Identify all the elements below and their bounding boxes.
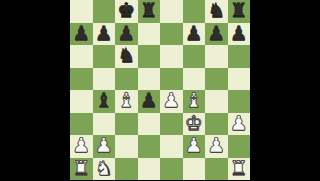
square-e7[interactable] xyxy=(160,23,183,46)
black-king: ♚ xyxy=(117,0,135,21)
left-letterbox-bar xyxy=(0,0,70,180)
black-rook: ♜ xyxy=(230,0,248,21)
square-g4[interactable] xyxy=(205,90,228,113)
white-pawn: ♟ xyxy=(95,135,113,156)
square-c3[interactable] xyxy=(115,113,138,136)
square-b1[interactable]: ♞ xyxy=(93,158,116,181)
white-rook: ♜ xyxy=(72,158,90,179)
square-d1[interactable] xyxy=(138,158,161,181)
white-rook: ♜ xyxy=(230,158,248,179)
square-f6[interactable] xyxy=(183,45,206,68)
white-knight: ♞ xyxy=(95,158,113,179)
square-a3[interactable] xyxy=(70,113,93,136)
square-f1[interactable] xyxy=(183,158,206,181)
square-a8[interactable] xyxy=(70,0,93,23)
white-pawn: ♟ xyxy=(207,135,225,156)
square-a4[interactable] xyxy=(70,90,93,113)
square-h2[interactable] xyxy=(228,135,251,158)
square-e6[interactable] xyxy=(160,45,183,68)
white-bishop: ♝ xyxy=(117,90,135,111)
square-a7[interactable]: ♟ xyxy=(70,23,93,46)
white-bishop: ♝ xyxy=(185,90,203,111)
black-pawn: ♟ xyxy=(117,23,135,44)
square-f2[interactable]: ♟ xyxy=(183,135,206,158)
square-g6[interactable] xyxy=(205,45,228,68)
square-f8[interactable] xyxy=(183,0,206,23)
square-c7[interactable]: ♟ xyxy=(115,23,138,46)
screenshot-stage: ♚♜♞♜♟♟♟♟♟♟♞♝♝♟♟♝♚♟♟♟♟♟♜♞♜ xyxy=(0,0,320,180)
square-d8[interactable]: ♜ xyxy=(138,0,161,23)
square-d7[interactable] xyxy=(138,23,161,46)
square-d4[interactable]: ♟ xyxy=(138,90,161,113)
square-e8[interactable] xyxy=(160,0,183,23)
square-g1[interactable] xyxy=(205,158,228,181)
black-pawn: ♟ xyxy=(185,23,203,44)
black-rook: ♜ xyxy=(140,0,158,21)
black-pawn: ♟ xyxy=(207,23,225,44)
square-d6[interactable] xyxy=(138,45,161,68)
black-pawn: ♟ xyxy=(72,23,90,44)
square-h7[interactable]: ♟ xyxy=(228,23,251,46)
square-b8[interactable] xyxy=(93,0,116,23)
square-h5[interactable] xyxy=(228,68,251,91)
square-e3[interactable] xyxy=(160,113,183,136)
square-b5[interactable] xyxy=(93,68,116,91)
white-pawn: ♟ xyxy=(230,113,248,134)
square-a5[interactable] xyxy=(70,68,93,91)
square-a1[interactable]: ♜ xyxy=(70,158,93,181)
white-king: ♚ xyxy=(185,113,203,134)
white-pawn: ♟ xyxy=(185,135,203,156)
square-g3[interactable] xyxy=(205,113,228,136)
black-knight: ♞ xyxy=(117,45,135,66)
black-pawn: ♟ xyxy=(140,90,158,111)
square-f4[interactable]: ♝ xyxy=(183,90,206,113)
square-b6[interactable] xyxy=(93,45,116,68)
square-b7[interactable]: ♟ xyxy=(93,23,116,46)
square-e5[interactable] xyxy=(160,68,183,91)
square-h8[interactable]: ♜ xyxy=(228,0,251,23)
black-knight: ♞ xyxy=(207,0,225,21)
square-h1[interactable]: ♜ xyxy=(228,158,251,181)
square-b3[interactable] xyxy=(93,113,116,136)
square-e4[interactable]: ♟ xyxy=(160,90,183,113)
square-b4[interactable]: ♝ xyxy=(93,90,116,113)
square-g2[interactable]: ♟ xyxy=(205,135,228,158)
white-pawn: ♟ xyxy=(162,90,180,111)
square-a2[interactable]: ♟ xyxy=(70,135,93,158)
square-g8[interactable]: ♞ xyxy=(205,0,228,23)
white-pawn: ♟ xyxy=(72,135,90,156)
square-f3[interactable]: ♚ xyxy=(183,113,206,136)
square-d3[interactable] xyxy=(138,113,161,136)
square-c2[interactable] xyxy=(115,135,138,158)
square-b2[interactable]: ♟ xyxy=(93,135,116,158)
square-h3[interactable]: ♟ xyxy=(228,113,251,136)
square-c1[interactable] xyxy=(115,158,138,181)
square-a6[interactable] xyxy=(70,45,93,68)
square-c4[interactable]: ♝ xyxy=(115,90,138,113)
square-e1[interactable] xyxy=(160,158,183,181)
black-bishop: ♝ xyxy=(95,90,113,111)
square-c8[interactable]: ♚ xyxy=(115,0,138,23)
square-g5[interactable] xyxy=(205,68,228,91)
square-h6[interactable] xyxy=(228,45,251,68)
square-f7[interactable]: ♟ xyxy=(183,23,206,46)
square-g7[interactable]: ♟ xyxy=(205,23,228,46)
black-pawn: ♟ xyxy=(230,23,248,44)
square-c5[interactable] xyxy=(115,68,138,91)
square-d2[interactable] xyxy=(138,135,161,158)
square-h4[interactable] xyxy=(228,90,251,113)
square-c6[interactable]: ♞ xyxy=(115,45,138,68)
right-letterbox-bar xyxy=(250,0,320,180)
square-f5[interactable] xyxy=(183,68,206,91)
chess-board: ♚♜♞♜♟♟♟♟♟♟♞♝♝♟♟♝♚♟♟♟♟♟♜♞♜ xyxy=(70,0,250,180)
black-pawn: ♟ xyxy=(95,23,113,44)
square-d5[interactable] xyxy=(138,68,161,91)
square-e2[interactable] xyxy=(160,135,183,158)
